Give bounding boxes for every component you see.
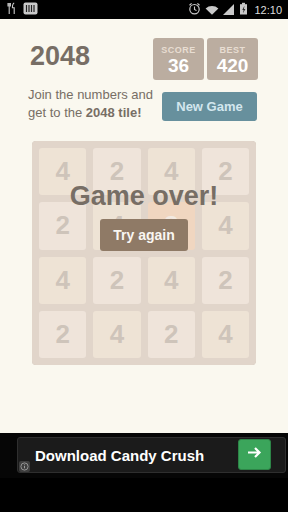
- ad-info-icon[interactable]: [19, 461, 30, 472]
- best-box: BEST 420: [207, 38, 258, 80]
- intro-text: Join the numbers and get to the 2048 til…: [28, 86, 153, 122]
- status-bar-left: [6, 1, 38, 19]
- wifi-icon: [205, 1, 219, 19]
- intro-line1: Join the numbers and: [28, 87, 153, 102]
- try-again-button[interactable]: Try again: [100, 219, 187, 251]
- game-over-overlay: Game over! Try again: [32, 141, 256, 365]
- app-title: 2048: [30, 41, 90, 72]
- game-over-title: Game over!: [32, 181, 256, 212]
- ad-bar: Download Candy Crush: [0, 433, 288, 478]
- alarm-icon: [188, 1, 201, 19]
- intro-line2-bold: 2048 tile!: [86, 105, 142, 120]
- status-bar-right: 12:10: [188, 1, 282, 19]
- board-wrap: 4242248442422424 Game over! Try again: [32, 141, 256, 365]
- best-value: 420: [207, 55, 258, 77]
- battery-charging-icon: [239, 1, 248, 19]
- best-label: BEST: [207, 45, 258, 55]
- score-label: SCORE: [153, 45, 204, 55]
- barcode-notification-icon: [23, 1, 38, 19]
- status-time: 12:10: [254, 4, 282, 16]
- arrow-right-icon: [246, 445, 263, 464]
- new-game-button[interactable]: New Game: [162, 92, 257, 121]
- intro-line2-prefix: get to the: [28, 105, 86, 120]
- nav-bar: [0, 478, 288, 512]
- signal-icon: [223, 1, 235, 19]
- ad-install-button[interactable]: [238, 439, 271, 470]
- score-box: SCORE 36: [153, 38, 204, 80]
- score-value: 36: [153, 55, 204, 77]
- phone-screen: 12:10 2048 SCORE 36 BEST 420 Join the nu…: [0, 0, 288, 512]
- cutlery-notification-icon: [6, 1, 17, 19]
- status-bar: 12:10: [0, 0, 288, 19]
- ad-headline: Download Candy Crush: [35, 447, 204, 464]
